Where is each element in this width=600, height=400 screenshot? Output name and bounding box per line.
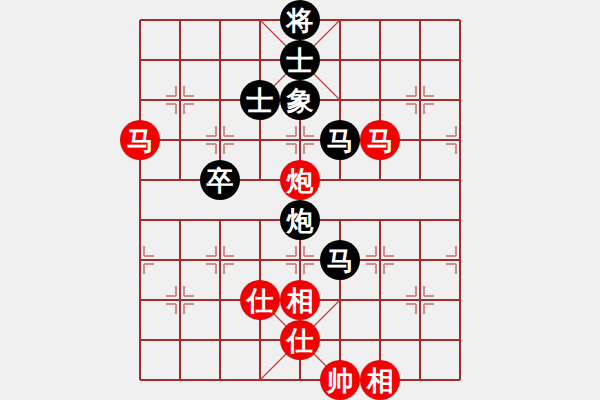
piece-red-general[interactable]: 帅 [320, 360, 360, 400]
piece-red-advisor-1[interactable]: 仕 [240, 280, 280, 320]
xiangqi-board: 将士士象马马马卒炮炮马仕相仕帅相 [120, 0, 480, 400]
piece-black-advisor-1[interactable]: 士 [280, 40, 320, 80]
piece-black-elephant-1[interactable]: 象 [280, 80, 320, 120]
piece-black-general[interactable]: 将 [280, 0, 320, 40]
piece-black-cannon-1[interactable]: 炮 [280, 200, 320, 240]
piece-black-horse-2[interactable]: 马 [320, 240, 360, 280]
xiangqi-app-background: 将士士象马马马卒炮炮马仕相仕帅相 [0, 0, 600, 400]
piece-red-horse-1[interactable]: 马 [120, 120, 160, 160]
piece-red-elephant-1[interactable]: 相 [280, 280, 320, 320]
piece-red-cannon-1[interactable]: 炮 [280, 160, 320, 200]
piece-red-advisor-2[interactable]: 仕 [280, 320, 320, 360]
piece-black-horse-1[interactable]: 马 [320, 120, 360, 160]
piece-black-advisor-2[interactable]: 士 [240, 80, 280, 120]
piece-red-elephant-2[interactable]: 相 [360, 360, 400, 400]
piece-red-horse-2[interactable]: 马 [360, 120, 400, 160]
piece-black-soldier-1[interactable]: 卒 [200, 160, 240, 200]
